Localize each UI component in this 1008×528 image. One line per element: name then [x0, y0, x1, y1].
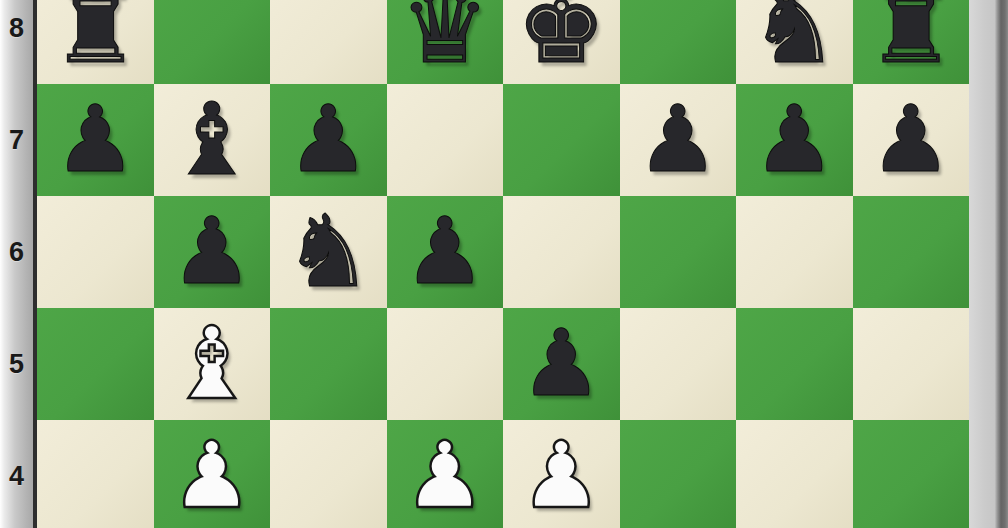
square-b8[interactable] — [154, 0, 271, 84]
rank-label-6: 6 — [0, 196, 33, 308]
piece-black-pawn[interactable]: ♟ — [637, 84, 719, 196]
square-e4[interactable]: ♟ — [503, 420, 620, 528]
piece-black-rook[interactable]: ♜ — [50, 0, 140, 84]
square-f8[interactable] — [620, 0, 737, 84]
piece-black-king[interactable]: ♚ — [516, 0, 606, 84]
square-a6[interactable] — [37, 196, 154, 308]
rank-label-7: 7 — [0, 84, 33, 196]
square-d7[interactable] — [387, 84, 504, 196]
piece-black-pawn[interactable]: ♟ — [287, 84, 369, 196]
square-g4[interactable] — [736, 420, 853, 528]
rank-labels-gutter: 8 7 6 5 4 — [0, 0, 37, 528]
piece-black-pawn[interactable]: ♟ — [753, 84, 835, 196]
chess-diagram: 8 7 6 5 4 ♜♛♚♞♜♟♝♟♟♟♟♟♞♟♝♟♟♟♟ — [0, 0, 1008, 528]
rank-label-8: 8 — [0, 0, 33, 84]
square-c4[interactable] — [270, 420, 387, 528]
square-b7[interactable]: ♝ — [154, 84, 271, 196]
square-e6[interactable] — [503, 196, 620, 308]
square-c8[interactable] — [270, 0, 387, 84]
piece-black-pawn[interactable]: ♟ — [171, 196, 253, 308]
square-b4[interactable]: ♟ — [154, 420, 271, 528]
rank-labels-column: 8 7 6 5 4 — [0, 0, 33, 528]
piece-black-pawn[interactable]: ♟ — [520, 308, 602, 420]
board-grid: ♜♛♚♞♜♟♝♟♟♟♟♟♞♟♝♟♟♟♟ — [37, 0, 969, 528]
piece-white-pawn[interactable]: ♟ — [404, 420, 486, 528]
square-f7[interactable]: ♟ — [620, 84, 737, 196]
piece-black-knight[interactable]: ♞ — [749, 0, 839, 84]
piece-white-bishop[interactable]: ♝ — [167, 308, 257, 420]
square-h5[interactable] — [853, 308, 970, 420]
chess-board: ♜♛♚♞♜♟♝♟♟♟♟♟♞♟♝♟♟♟♟ — [37, 0, 969, 528]
square-h4[interactable] — [853, 420, 970, 528]
piece-black-knight[interactable]: ♞ — [283, 196, 373, 308]
square-h8[interactable]: ♜ — [853, 0, 970, 84]
piece-black-queen[interactable]: ♛ — [400, 0, 490, 84]
square-h6[interactable] — [853, 196, 970, 308]
piece-black-pawn[interactable]: ♟ — [870, 84, 952, 196]
piece-black-rook[interactable]: ♜ — [866, 0, 956, 84]
square-b6[interactable]: ♟ — [154, 196, 271, 308]
piece-white-pawn[interactable]: ♟ — [171, 420, 253, 528]
piece-black-bishop[interactable]: ♝ — [167, 84, 257, 196]
rank-label-4: 4 — [0, 420, 33, 528]
square-c5[interactable] — [270, 308, 387, 420]
square-a7[interactable]: ♟ — [37, 84, 154, 196]
square-e5[interactable]: ♟ — [503, 308, 620, 420]
rank-label-5: 5 — [0, 308, 33, 420]
square-a5[interactable] — [37, 308, 154, 420]
square-d5[interactable] — [387, 308, 504, 420]
piece-black-pawn[interactable]: ♟ — [404, 196, 486, 308]
square-a4[interactable] — [37, 420, 154, 528]
square-b5[interactable]: ♝ — [154, 308, 271, 420]
square-f5[interactable] — [620, 308, 737, 420]
square-c7[interactable]: ♟ — [270, 84, 387, 196]
piece-black-pawn[interactable]: ♟ — [54, 84, 136, 196]
square-h7[interactable]: ♟ — [853, 84, 970, 196]
square-a8[interactable]: ♜ — [37, 0, 154, 84]
square-d4[interactable]: ♟ — [387, 420, 504, 528]
square-c6[interactable]: ♞ — [270, 196, 387, 308]
square-e7[interactable] — [503, 84, 620, 196]
piece-white-pawn[interactable]: ♟ — [520, 420, 602, 528]
square-d6[interactable]: ♟ — [387, 196, 504, 308]
square-g6[interactable] — [736, 196, 853, 308]
square-g7[interactable]: ♟ — [736, 84, 853, 196]
square-f6[interactable] — [620, 196, 737, 308]
square-g5[interactable] — [736, 308, 853, 420]
square-f4[interactable] — [620, 420, 737, 528]
square-g8[interactable]: ♞ — [736, 0, 853, 84]
square-e8[interactable]: ♚ — [503, 0, 620, 84]
square-d8[interactable]: ♛ — [387, 0, 504, 84]
board-frame-right — [969, 0, 1008, 528]
